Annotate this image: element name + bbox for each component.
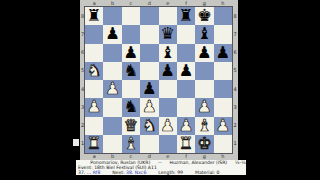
white-king-g1: ♚	[195, 135, 213, 153]
white-rook-f1: ♜	[177, 135, 195, 153]
square-b8	[103, 7, 121, 25]
square-d3: ♟	[140, 98, 158, 116]
rank-label-5: 5	[232, 62, 238, 80]
white-bishop-c1: ♝	[122, 135, 140, 153]
square-a1: ♜	[85, 135, 103, 153]
chess-board-frame: abcdefgh abcdefgh 87654321 87654321 ♜♜♚♟…	[80, 0, 238, 160]
square-f8: ♜	[177, 7, 195, 25]
length-label: Length:	[158, 170, 175, 175]
square-e6: ♝	[159, 44, 177, 62]
file-label-c: c	[122, 0, 140, 7]
square-d6	[140, 44, 158, 62]
square-g8: ♚	[195, 7, 213, 25]
square-f7	[177, 25, 195, 43]
file-label-f: f	[177, 153, 195, 160]
square-a4	[85, 80, 103, 98]
white-pawn-g3: ♟	[195, 98, 213, 116]
square-h4	[214, 80, 232, 98]
chess-board: ♜♜♚♟♛♝♟♝♟♟♞♞♟♟♟♟♟♞♟♟♛♞♟♟♝♟♜♝♜♚	[85, 7, 232, 153]
square-f1: ♜	[177, 135, 195, 153]
rank-label-4: 4	[232, 80, 238, 98]
file-label-c: c	[122, 153, 140, 160]
last-move-number: 37. ...	[78, 170, 91, 175]
file-label-e: e	[159, 0, 177, 7]
square-a8: ♜	[85, 7, 103, 25]
file-label-b: b	[103, 153, 121, 160]
file-label-d: d	[140, 0, 158, 7]
material-value: 0	[217, 170, 220, 175]
square-f6	[177, 44, 195, 62]
square-e1	[159, 135, 177, 153]
black-pawn-b7: ♟	[103, 25, 121, 43]
square-a6	[85, 44, 103, 62]
square-g5	[195, 62, 213, 80]
rank-label-2: 2	[232, 117, 238, 135]
square-a2	[85, 117, 103, 135]
next-move-san: 38. Nxc6	[126, 170, 146, 175]
length-value: 99	[177, 170, 183, 175]
black-knight-c5: ♞	[122, 62, 140, 80]
black-king-g8: ♚	[195, 7, 213, 25]
white-rook-a1: ♜	[85, 135, 103, 153]
file-label-d: d	[140, 153, 158, 160]
square-h2: ♟	[214, 117, 232, 135]
square-g6: ♟	[195, 44, 213, 62]
black-pawn-f5: ♟	[177, 62, 195, 80]
black-bishop-g7: ♝	[195, 25, 213, 43]
square-d4: ♟	[140, 80, 158, 98]
square-f4	[177, 80, 195, 98]
black-pawn-c6: ♟	[122, 44, 140, 62]
square-b1	[103, 135, 121, 153]
square-c2: ♛	[122, 117, 140, 135]
white-pawn-a3: ♟	[85, 98, 103, 116]
file-label-h: h	[214, 0, 232, 7]
white-bishop-g2: ♝	[195, 117, 213, 135]
video-artifact-mark	[73, 139, 79, 146]
square-e4	[159, 80, 177, 98]
material-label: Material:	[195, 170, 215, 175]
file-label-a: a	[85, 153, 103, 160]
square-f2: ♟	[177, 117, 195, 135]
last-move-san: Rf8	[93, 170, 101, 175]
square-h1	[214, 135, 232, 153]
file-label-g: g	[195, 153, 213, 160]
square-e7: ♛	[159, 25, 177, 43]
players-separator: --	[158, 160, 161, 165]
square-c4	[122, 80, 140, 98]
black-bishop-e6: ♝	[159, 44, 177, 62]
square-d2: ♞	[140, 117, 158, 135]
square-f3	[177, 98, 195, 116]
square-b4: ♟	[103, 80, 121, 98]
square-b2	[103, 117, 121, 135]
square-d7	[140, 25, 158, 43]
square-c1: ♝	[122, 135, 140, 153]
file-label-b: b	[103, 0, 121, 7]
rank-label-7: 7	[232, 25, 238, 43]
square-h5	[214, 62, 232, 80]
black-queen-e7: ♛	[159, 25, 177, 43]
black-pawn-e5: ♟	[159, 62, 177, 80]
white-pawn-f2: ♟	[177, 117, 195, 135]
rank-label-1: 1	[232, 135, 238, 153]
rank-label-6: 6	[232, 44, 238, 62]
square-b3	[103, 98, 121, 116]
square-b5	[103, 62, 121, 80]
black-pawn-d4: ♟	[140, 80, 158, 98]
rank-label-3: 3	[232, 98, 238, 116]
square-d8	[140, 7, 158, 25]
black-pawn-g6: ♟	[195, 44, 213, 62]
square-g1: ♚	[195, 135, 213, 153]
white-pawn-b4: ♟	[103, 80, 121, 98]
white-knight-a5: ♞	[85, 62, 103, 80]
square-h8	[214, 7, 232, 25]
square-c6: ♟	[122, 44, 140, 62]
white-knight-d2: ♞	[140, 117, 158, 135]
next-move-label: Next:	[112, 170, 124, 175]
square-h6: ♟	[214, 44, 232, 62]
black-rook-f8: ♜	[177, 7, 195, 25]
file-label-e: e	[159, 153, 177, 160]
square-f5: ♟	[177, 62, 195, 80]
white-pawn-e2: ♟	[159, 117, 177, 135]
square-e5: ♟	[159, 62, 177, 80]
white-pawn-h2: ♟	[214, 117, 232, 135]
square-h7	[214, 25, 232, 43]
square-g2: ♝	[195, 117, 213, 135]
square-c5: ♞	[122, 62, 140, 80]
square-g7: ♝	[195, 25, 213, 43]
square-e2: ♟	[159, 117, 177, 135]
square-e3	[159, 98, 177, 116]
square-g4	[195, 80, 213, 98]
black-pawn-h6: ♟	[214, 44, 232, 62]
square-a5: ♞	[85, 62, 103, 80]
square-e8	[159, 7, 177, 25]
square-b7: ♟	[103, 25, 121, 43]
black-knight-c3: ♞	[122, 98, 140, 116]
rank-labels-right: 87654321	[232, 7, 238, 153]
caption-panel: Ponomariov, Ruslan (UKR) -- Huzman, Alex…	[76, 160, 246, 175]
square-d5	[140, 62, 158, 80]
file-labels-bottom: abcdefgh	[85, 153, 232, 160]
game-result: ½-½	[235, 160, 246, 165]
status-line: 37. ... Rf8 Next: 38. Nxc6 Length: 99 Ma…	[76, 171, 246, 175]
white-pawn-d3: ♟	[140, 98, 158, 116]
black-player-name: Huzman, Alexander	[170, 160, 215, 165]
white-queen-c2: ♛	[122, 117, 140, 135]
square-d1	[140, 135, 158, 153]
rank-label-8: 8	[232, 7, 238, 25]
square-c8	[122, 7, 140, 25]
square-g3: ♟	[195, 98, 213, 116]
square-c7	[122, 25, 140, 43]
file-label-h: h	[214, 153, 232, 160]
square-a3: ♟	[85, 98, 103, 116]
black-rook-a8: ♜	[85, 7, 103, 25]
black-player-tag: (ISR)	[216, 160, 227, 165]
square-c3: ♞	[122, 98, 140, 116]
square-b6	[103, 44, 121, 62]
square-a7	[85, 25, 103, 43]
square-h3	[214, 98, 232, 116]
video-frame: abcdefgh abcdefgh 87654321 87654321 ♜♜♚♟…	[0, 0, 320, 180]
